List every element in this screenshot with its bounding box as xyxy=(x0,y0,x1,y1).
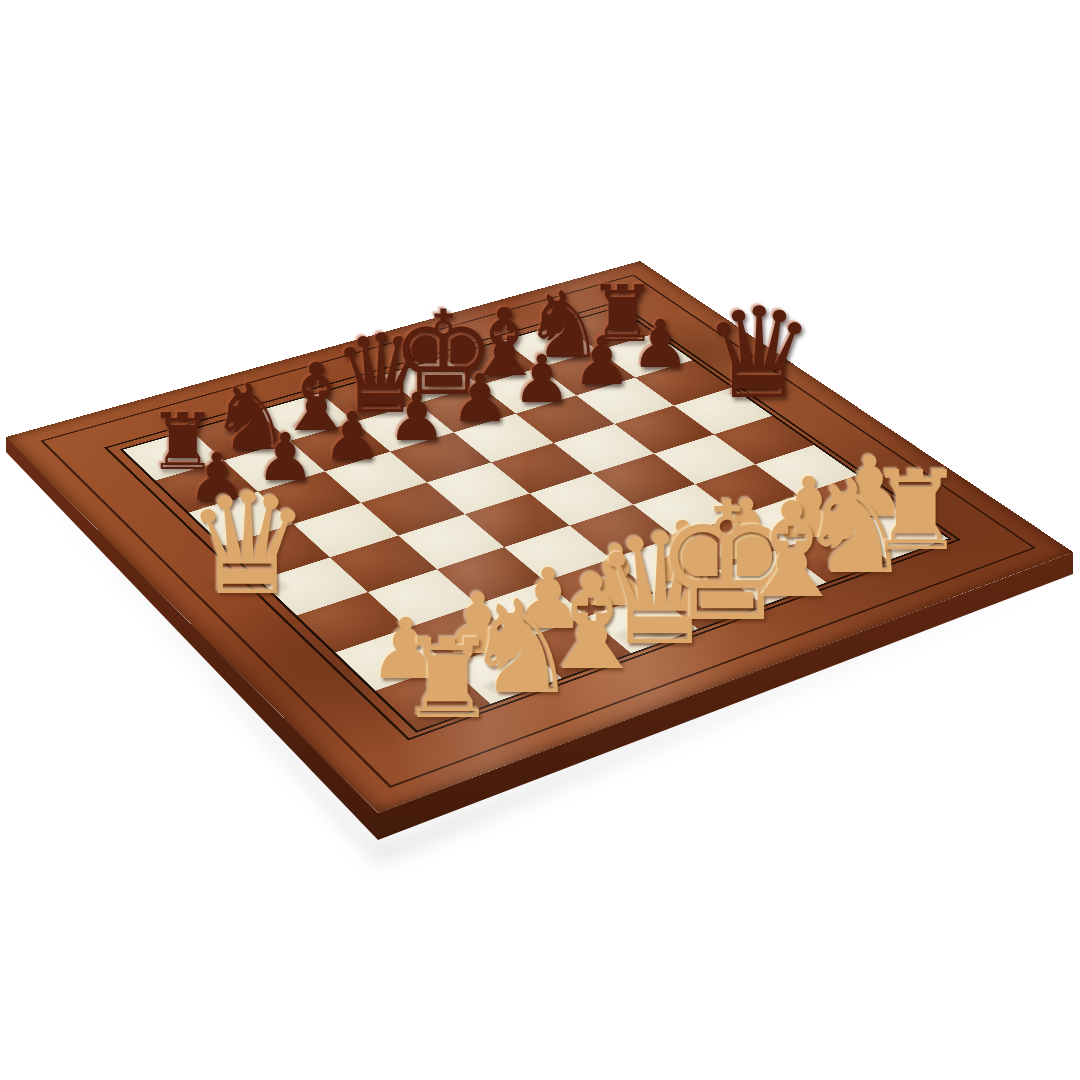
chess-set-photo: ♜♞♝♛♚♝♞♜♟♟♟♟♟♟♟♟♛♛♟♟♟♟♟♟♟♟♜♞♝♛♚♝♞♜ xyxy=(0,0,1080,1080)
